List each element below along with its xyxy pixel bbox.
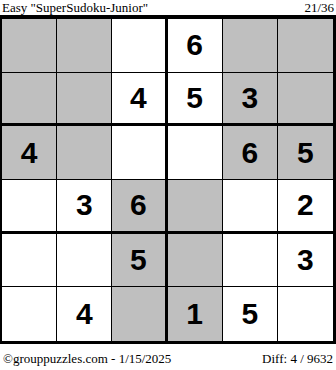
difficulty-text: Diff: 4 / 9632 [262, 351, 333, 367]
copyright-text: ©grouppuzzles.com - 1/15/2025 [3, 351, 171, 367]
cell-r1c2[interactable] [57, 19, 112, 73]
cell-r5c5[interactable] [223, 234, 278, 288]
cell-r6c3[interactable] [112, 287, 167, 341]
cell-r1c5[interactable] [223, 19, 278, 73]
page-header: Easy "SuperSudoku-Junior" 21/36 [0, 0, 336, 15]
cell-r2c5[interactable]: 3 [223, 73, 278, 127]
cell-r3c2[interactable] [57, 126, 112, 180]
cell-r2c3[interactable]: 4 [112, 73, 167, 127]
cell-r4c6[interactable]: 2 [278, 180, 333, 234]
sudoku-grid: 645346536253415 [2, 19, 333, 341]
cell-r1c1[interactable] [2, 19, 57, 73]
cell-r4c1[interactable] [2, 180, 57, 234]
cell-r3c5[interactable]: 6 [223, 126, 278, 180]
cell-r2c6[interactable] [278, 73, 333, 127]
cell-r5c6[interactable]: 3 [278, 234, 333, 288]
cell-r2c2[interactable] [57, 73, 112, 127]
cell-r1c3[interactable] [112, 19, 167, 73]
cell-r6c6[interactable] [278, 287, 333, 341]
puzzle-title: Easy "SuperSudoku-Junior" [2, 0, 148, 15]
cell-r3c6[interactable]: 5 [278, 126, 333, 180]
cell-r1c4[interactable]: 6 [168, 19, 223, 73]
cell-r6c4[interactable]: 1 [168, 287, 223, 341]
cell-r6c2[interactable]: 4 [57, 287, 112, 341]
remaining-counter: 21/36 [304, 0, 334, 15]
cell-r4c4[interactable] [168, 180, 223, 234]
cell-r2c4[interactable]: 5 [168, 73, 223, 127]
cell-r6c5[interactable]: 5 [223, 287, 278, 341]
sudoku-board: 645346536253415 [0, 15, 336, 344]
cell-r6c1[interactable] [2, 287, 57, 341]
cell-r1c6[interactable] [278, 19, 333, 73]
cell-r2c1[interactable] [2, 73, 57, 127]
cell-r5c3[interactable]: 5 [112, 234, 167, 288]
cell-r4c3[interactable]: 6 [112, 180, 167, 234]
cell-r3c3[interactable] [112, 126, 167, 180]
cell-r3c4[interactable] [168, 126, 223, 180]
page-footer: ©grouppuzzles.com - 1/15/2025 Diff: 4 / … [0, 351, 336, 367]
cell-r5c2[interactable] [57, 234, 112, 288]
cell-r5c4[interactable] [168, 234, 223, 288]
cell-r5c1[interactable] [2, 234, 57, 288]
cell-r4c5[interactable] [223, 180, 278, 234]
cell-r4c2[interactable]: 3 [57, 180, 112, 234]
cell-r3c1[interactable]: 4 [2, 126, 57, 180]
